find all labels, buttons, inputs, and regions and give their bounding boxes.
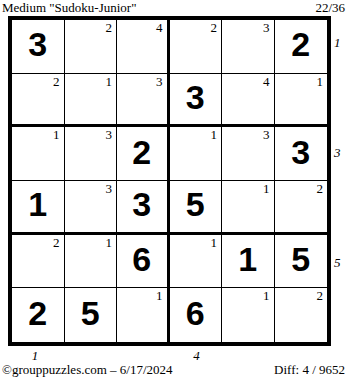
- given-digit: 5: [186, 187, 205, 221]
- cell-r2c3[interactable]: 3: [117, 74, 170, 128]
- row-label-5: 5: [334, 256, 346, 270]
- puzzle-page: Medium "Sudoku-Junior" 22/36 32423221334…: [0, 0, 347, 381]
- given-digit: 6: [132, 242, 151, 276]
- pencil-mark: 1: [106, 74, 113, 89]
- pencil-mark: 2: [211, 20, 218, 35]
- cell-r4c6[interactable]: 2: [275, 181, 328, 235]
- given-digit: 5: [291, 242, 310, 276]
- cell-r4c1[interactable]: 1: [12, 181, 65, 235]
- col-label-4: 4: [170, 349, 224, 363]
- given-digit: 3: [132, 187, 151, 221]
- pencil-mark: 1: [211, 235, 218, 250]
- board-grid: 324232213341132133133512216115251612: [8, 16, 331, 346]
- cell-r6c5[interactable]: 1: [222, 288, 275, 342]
- pencil-mark: 2: [317, 288, 324, 303]
- pencil-mark: 3: [263, 127, 270, 142]
- pencil-mark: 4: [156, 20, 163, 35]
- cell-r5c5[interactable]: 1: [222, 235, 275, 289]
- pencil-mark: 1: [106, 235, 113, 250]
- given-digit: 5: [81, 296, 100, 330]
- pencil-mark: 4: [263, 74, 270, 89]
- given-digit: 1: [238, 242, 257, 276]
- cell-r4c2[interactable]: 3: [65, 181, 118, 235]
- pencil-mark: 2: [53, 235, 60, 250]
- cell-r5c1[interactable]: 2: [12, 235, 65, 289]
- cell-r3c5[interactable]: 3: [222, 127, 275, 181]
- row-label-3: 3: [334, 146, 346, 160]
- cell-r4c3[interactable]: 3: [117, 181, 170, 235]
- given-digit: 1: [28, 187, 47, 221]
- cell-r6c2[interactable]: 5: [65, 288, 118, 342]
- given-digit: 3: [186, 80, 205, 114]
- pencil-mark: 3: [106, 181, 113, 196]
- pencil-mark: 1: [263, 288, 270, 303]
- cell-r1c1[interactable]: 3: [12, 20, 65, 74]
- cell-r1c6[interactable]: 2: [275, 20, 328, 74]
- cell-r3c3[interactable]: 2: [117, 127, 170, 181]
- cell-r3c6[interactable]: 3: [275, 127, 328, 181]
- cell-r5c6[interactable]: 5: [275, 235, 328, 289]
- cell-r2c6[interactable]: 1: [275, 74, 328, 128]
- cell-r5c4[interactable]: 1: [170, 235, 223, 289]
- pencil-mark: 1: [263, 181, 270, 196]
- pencil-mark: 1: [317, 74, 324, 89]
- pencil-mark: 1: [211, 127, 218, 142]
- given-digit: 2: [291, 27, 310, 61]
- cell-r5c2[interactable]: 1: [65, 235, 118, 289]
- row-label-1: 1: [334, 36, 346, 50]
- cell-r4c4[interactable]: 5: [170, 181, 223, 235]
- progress-counter: 22/36: [315, 0, 345, 15]
- pencil-mark: 2: [317, 181, 324, 196]
- cell-r3c2[interactable]: 3: [65, 127, 118, 181]
- cell-r6c6[interactable]: 2: [275, 288, 328, 342]
- cell-r2c5[interactable]: 4: [222, 74, 275, 128]
- given-digit: 2: [132, 135, 151, 169]
- pencil-mark: 1: [53, 127, 60, 142]
- pencil-mark: 2: [53, 74, 60, 89]
- site-credit: ©grouppuzzles.com – 6/17/2024: [2, 362, 173, 377]
- cell-r5c3[interactable]: 6: [117, 235, 170, 289]
- cell-r6c4[interactable]: 6: [170, 288, 223, 342]
- cell-r3c1[interactable]: 1: [12, 127, 65, 181]
- cell-r4c5[interactable]: 1: [222, 181, 275, 235]
- cell-r3c4[interactable]: 1: [170, 127, 223, 181]
- given-digit: 3: [291, 135, 310, 169]
- page-title: Medium "Sudoku-Junior": [2, 0, 136, 15]
- given-digit: 3: [28, 27, 47, 61]
- cell-r1c4[interactable]: 2: [170, 20, 223, 74]
- cell-r2c2[interactable]: 1: [65, 74, 118, 128]
- cell-r6c3[interactable]: 1: [117, 288, 170, 342]
- pencil-mark: 3: [263, 20, 270, 35]
- pencil-mark: 2: [106, 20, 113, 35]
- cell-r2c4[interactable]: 3: [170, 74, 223, 128]
- pencil-mark: 3: [156, 74, 163, 89]
- cell-r6c1[interactable]: 2: [12, 288, 65, 342]
- given-digit: 6: [186, 296, 205, 330]
- cell-r1c5[interactable]: 3: [222, 20, 275, 74]
- pencil-mark: 3: [106, 127, 113, 142]
- cell-r2c1[interactable]: 2: [12, 74, 65, 128]
- pencil-mark: 1: [156, 288, 163, 303]
- cell-r1c3[interactable]: 4: [117, 20, 170, 74]
- cell-r1c2[interactable]: 2: [65, 20, 118, 74]
- footer: ©grouppuzzles.com – 6/17/2024 Diff: 4 / …: [2, 362, 345, 377]
- difficulty-label: Diff: 4 / 9652: [274, 362, 345, 377]
- header: Medium "Sudoku-Junior" 22/36: [2, 0, 345, 15]
- given-digit: 2: [28, 296, 47, 330]
- col-label-1: 1: [8, 349, 62, 363]
